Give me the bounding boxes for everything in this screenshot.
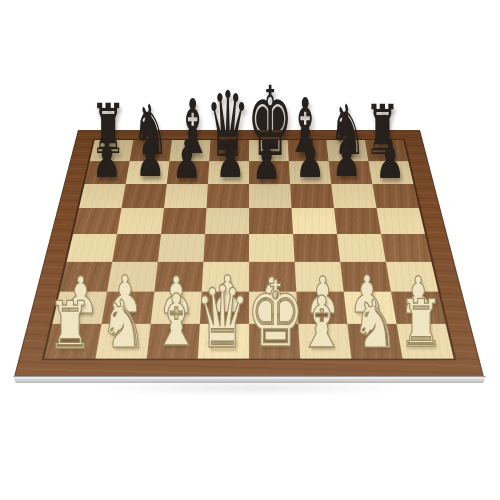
square-h2	[390, 292, 445, 324]
square-d4	[203, 234, 249, 262]
square-h5	[376, 208, 424, 234]
square-c5	[161, 208, 206, 234]
square-g1	[347, 324, 402, 359]
square-f2	[296, 292, 347, 324]
square-f7	[288, 161, 330, 184]
square-d2	[199, 292, 248, 324]
square-f8	[287, 140, 328, 161]
square-a8	[89, 140, 132, 161]
square-c2	[150, 292, 201, 324]
square-h8	[364, 140, 407, 161]
square-b1	[95, 324, 150, 359]
square-e1	[249, 324, 300, 359]
square-e5	[249, 208, 293, 234]
square-g3	[340, 262, 391, 292]
square-c6	[163, 184, 207, 208]
square-a2	[52, 292, 107, 324]
square-d7	[207, 161, 248, 184]
square-f5	[291, 208, 336, 234]
square-h1	[396, 324, 453, 359]
square-b2	[101, 292, 154, 324]
square-a3	[59, 262, 111, 292]
chess-set-photo: ♜♞♝♛♚♝♞♜♟♟♟♟♟♟♟♟♟♟♟♟♟♟♟♟♜♞♝♛♚♝♞♜	[0, 0, 500, 500]
square-c3	[154, 262, 203, 292]
square-d3	[201, 262, 248, 292]
square-f6	[290, 184, 334, 208]
square-d8	[209, 140, 249, 161]
square-h4	[381, 234, 431, 262]
square-b4	[112, 234, 161, 262]
board-squares	[41, 139, 456, 360]
square-g5	[334, 208, 381, 234]
square-f3	[294, 262, 343, 292]
square-g4	[337, 234, 386, 262]
square-f1	[298, 324, 351, 359]
square-e4	[249, 234, 295, 262]
square-a6	[78, 184, 125, 208]
square-h7	[368, 161, 413, 184]
board-shadow	[35, 382, 465, 394]
square-d1	[197, 324, 248, 359]
square-b6	[121, 184, 166, 208]
square-b7	[125, 161, 169, 184]
square-c7	[166, 161, 208, 184]
square-b3	[107, 262, 158, 292]
square-a7	[84, 161, 129, 184]
square-c4	[157, 234, 204, 262]
square-e7	[249, 161, 290, 184]
square-c8	[169, 140, 210, 161]
square-g6	[331, 184, 376, 208]
square-a4	[66, 234, 116, 262]
square-e8	[249, 140, 289, 161]
square-a1	[44, 324, 101, 359]
square-h3	[385, 262, 437, 292]
square-e3	[249, 262, 296, 292]
square-d6	[206, 184, 249, 208]
square-f4	[293, 234, 340, 262]
square-a5	[73, 208, 121, 234]
square-g2	[343, 292, 396, 324]
chess-board	[13, 130, 483, 377]
square-g8	[326, 140, 368, 161]
square-b5	[117, 208, 164, 234]
square-b8	[129, 140, 171, 161]
square-g7	[328, 161, 372, 184]
square-c1	[146, 324, 199, 359]
square-e2	[249, 292, 298, 324]
square-d5	[205, 208, 249, 234]
square-h6	[372, 184, 419, 208]
square-e6	[249, 184, 292, 208]
